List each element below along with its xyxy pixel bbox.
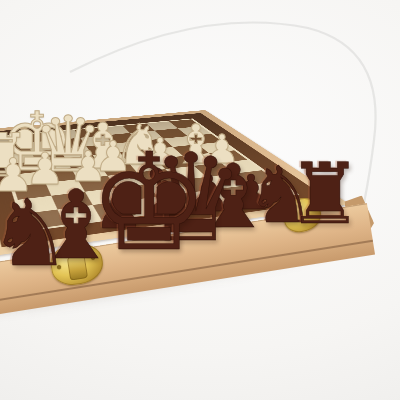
- black-rook-piece: ♜: [287, 152, 362, 236]
- black-knight-piece: ♞: [0, 188, 71, 280]
- product-photo-scene: ♝♞♟♟♝♚♛♟♜♟♟♟♟♟♞♟♜♝♟♛♚♝♞: [0, 0, 400, 400]
